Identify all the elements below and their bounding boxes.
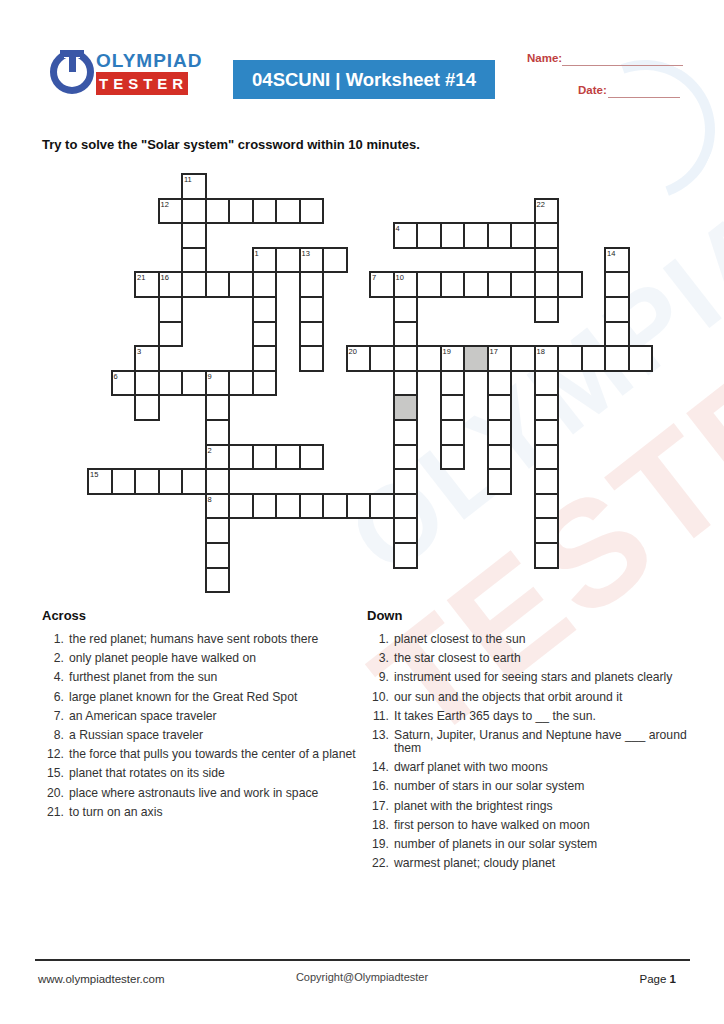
clue-number: 15. (42, 767, 64, 780)
grid-cell[interactable] (534, 444, 560, 471)
clue-number: 1. (42, 633, 64, 646)
cell-number: 9 (208, 372, 212, 381)
grid-cell[interactable] (534, 296, 560, 323)
clue: 22.warmest planet; cloudy planet (367, 857, 687, 870)
clue-number: 12. (42, 748, 64, 761)
down-clues-section: Down 1.planet closest to the sun3.the st… (367, 608, 687, 876)
logo-text-tester: TESTER (96, 72, 188, 95)
grid-cell[interactable]: 17 (487, 345, 513, 372)
clue: 8.a Russian space traveler (42, 729, 364, 742)
date-label: Date: (578, 84, 607, 96)
grid-cell[interactable] (534, 394, 560, 421)
grid-cell[interactable] (158, 370, 184, 397)
grid-cell[interactable] (557, 345, 583, 372)
grid-cell[interactable] (252, 444, 278, 471)
grid-cell[interactable] (487, 271, 513, 298)
grid-cell[interactable]: 1 (252, 247, 278, 274)
grid-cell[interactable] (393, 444, 419, 471)
grid-cell[interactable]: 15 (87, 468, 113, 495)
grid-cell[interactable] (487, 394, 513, 421)
cell-number: 13 (302, 249, 310, 258)
clue: 9.instrument used for seeing stars and p… (367, 671, 687, 684)
down-clue-list: 1.planet closest to the sun3.the star cl… (367, 633, 687, 870)
grid-cell[interactable] (181, 222, 207, 249)
grid-cell[interactable] (534, 370, 560, 397)
cell-number: 8 (208, 495, 212, 504)
cell-number: 6 (114, 372, 118, 381)
cell-number: 2 (208, 446, 212, 455)
grid-cell[interactable] (628, 345, 654, 372)
clue: 17.planet with the brightest rings (367, 800, 687, 813)
cell-number: 12 (161, 200, 169, 209)
clue-text: a Russian space traveler (69, 729, 364, 742)
grid-cell[interactable]: 16 (158, 271, 184, 298)
cell-number: 14 (607, 249, 615, 258)
grid-cell[interactable] (393, 345, 419, 372)
grid-space-cell (463, 345, 489, 372)
clue: 19.number of planets in our solar system (367, 838, 687, 851)
grid-cell[interactable] (228, 271, 254, 298)
grid-cell[interactable] (534, 493, 560, 520)
grid-cell[interactable] (252, 296, 278, 323)
grid-cell[interactable] (299, 345, 325, 372)
grid-cell[interactable] (134, 468, 160, 495)
cell-number: 11 (184, 175, 192, 184)
clue-number: 21. (42, 806, 64, 819)
grid-cell[interactable]: 19 (440, 345, 466, 372)
clue-text: the star closest to earth (394, 652, 687, 665)
clue: 7.an American space traveler (42, 710, 364, 723)
grid-cell[interactable] (534, 222, 560, 249)
clue-number: 22. (367, 857, 389, 870)
cell-number: 17 (490, 347, 498, 356)
clue-number: 19. (367, 838, 389, 851)
grid-cell[interactable] (346, 493, 372, 520)
grid-cell[interactable]: 21 (134, 271, 160, 298)
grid-cell[interactable] (299, 493, 325, 520)
grid-cell[interactable] (581, 345, 607, 372)
grid-cell[interactable] (534, 247, 560, 274)
cell-number: 16 (161, 273, 169, 282)
grid-cell[interactable] (181, 247, 207, 274)
clue-number: 4. (42, 671, 64, 684)
grid-cell[interactable] (158, 321, 184, 348)
clue-number: 3. (367, 652, 389, 665)
clue-number: 8. (42, 729, 64, 742)
cell-number: 20 (349, 347, 357, 356)
cell-number: 7 (372, 273, 376, 282)
clue-text: Saturn, Jupiter, Uranus and Neptune have… (394, 729, 687, 755)
grid-cell[interactable]: 13 (299, 247, 325, 274)
cell-number: 3 (137, 347, 141, 356)
grid-cell[interactable] (440, 444, 466, 471)
cell-number: 18 (537, 347, 545, 356)
grid-cell[interactable] (205, 542, 231, 569)
clue-number: 10. (367, 691, 389, 704)
clue-text: instrument used for seeing stars and pla… (394, 671, 687, 684)
clue-number: 18. (367, 819, 389, 832)
grid-cell[interactable] (158, 468, 184, 495)
grid-cell[interactable] (205, 567, 231, 594)
grid-cell[interactable] (322, 247, 348, 274)
grid-cell[interactable] (557, 271, 583, 298)
footer-divider (35, 959, 690, 961)
olympiadtester-logo: OLYMPIAD TESTER (50, 48, 200, 98)
footer-copyright: Copyright@Olympiadtester (296, 971, 428, 983)
grid-cell[interactable]: 3 (134, 345, 160, 372)
clue: 13.Saturn, Jupiter, Uranus and Neptune h… (367, 729, 687, 755)
cell-number: 10 (396, 273, 404, 282)
clue-text: only planet people have walked on (69, 652, 364, 665)
clue: 2.only planet people have walked on (42, 652, 364, 665)
grid-cell[interactable] (487, 222, 513, 249)
grid-cell[interactable] (416, 271, 442, 298)
grid-cell[interactable] (440, 222, 466, 249)
clue-number: 2. (42, 652, 64, 665)
clue-text: number of stars in our solar system (394, 780, 687, 793)
clue-text: our sun and the objects that orbit aroun… (394, 691, 687, 704)
footer-page-number: Page 1 (640, 973, 676, 985)
clue: 21.to turn on an axis (42, 806, 364, 819)
clue-text: an American space traveler (69, 710, 364, 723)
name-label: Name: (527, 52, 562, 64)
clue-text: planet with the brightest rings (394, 800, 687, 813)
grid-cell[interactable] (205, 468, 231, 495)
grid-cell[interactable] (416, 222, 442, 249)
clue-text: planet closest to the sun (394, 633, 687, 646)
grid-cell[interactable] (393, 419, 419, 446)
clue: 1.planet closest to the sun (367, 633, 687, 646)
grid-cell[interactable] (181, 370, 207, 397)
grid-cell[interactable] (393, 321, 419, 348)
grid-cell[interactable] (228, 370, 254, 397)
cell-number: 21 (137, 273, 145, 282)
grid-cell[interactable] (510, 271, 536, 298)
date-blank-line[interactable] (608, 83, 680, 98)
clue: 15.planet that rotates on its side (42, 767, 364, 780)
clue-text: large planet known for the Great Red Spo… (69, 691, 364, 704)
clue: 12.the force that pulls you towards the … (42, 748, 364, 761)
grid-cell[interactable] (181, 198, 207, 225)
clue: 3.the star closest to earth (367, 652, 687, 665)
across-heading: Across (42, 608, 364, 623)
clue-text: number of planets in our solar system (394, 838, 687, 851)
grid-cell[interactable] (416, 345, 442, 372)
grid-cell[interactable]: 12 (158, 198, 184, 225)
grid-space-cell (393, 394, 419, 421)
grid-cell[interactable] (205, 271, 231, 298)
grid-cell[interactable] (205, 419, 231, 446)
grid-cell[interactable] (534, 542, 560, 569)
clue-text: first person to have walked on moon (394, 819, 687, 832)
grid-cell[interactable] (369, 345, 395, 372)
grid-cell[interactable] (228, 198, 254, 225)
grid-cell[interactable] (275, 444, 301, 471)
worksheet-title: 04SCUNI | Worksheet #14 (233, 60, 495, 99)
grid-cell[interactable] (275, 247, 301, 274)
grid-cell[interactable] (299, 321, 325, 348)
grid-cell[interactable]: 14 (604, 247, 630, 274)
grid-cell[interactable] (510, 345, 536, 372)
grid-cell[interactable] (299, 444, 325, 471)
cell-number: 1 (255, 249, 259, 258)
grid-cell[interactable]: 2 (205, 444, 231, 471)
grid-cell[interactable] (134, 394, 160, 421)
clue-text: the force that pulls you towards the cen… (69, 748, 364, 761)
grid-cell[interactable] (510, 222, 536, 249)
grid-cell[interactable] (534, 419, 560, 446)
grid-cell[interactable] (205, 198, 231, 225)
grid-cell[interactable] (111, 468, 137, 495)
grid-cell[interactable] (440, 370, 466, 397)
across-clues-section: Across 1.the red planet; humans have sen… (42, 608, 364, 825)
grid-cell[interactable] (252, 271, 278, 298)
grid-cell[interactable] (181, 468, 207, 495)
grid-cell[interactable] (534, 271, 560, 298)
clue-text: to turn on an axis (69, 806, 364, 819)
cell-number: 19 (443, 347, 451, 356)
footer-website[interactable]: www.olympiadtester.com (38, 973, 165, 985)
grid-cell[interactable]: 18 (534, 345, 560, 372)
grid-cell[interactable]: 4 (393, 222, 419, 249)
grid-cell[interactable] (487, 468, 513, 495)
grid-cell[interactable] (299, 271, 325, 298)
grid-cell[interactable] (604, 296, 630, 323)
grid-cell[interactable] (604, 271, 630, 298)
cell-number: 22 (537, 200, 545, 209)
grid-cell[interactable]: 6 (111, 370, 137, 397)
grid-cell[interactable] (604, 321, 630, 348)
instruction-text: Try to solve the "Solar system" crosswor… (42, 137, 420, 152)
grid-cell[interactable] (393, 493, 419, 520)
grid-cell[interactable] (440, 271, 466, 298)
grid-cell[interactable] (181, 271, 207, 298)
logo-t-icon (60, 50, 84, 57)
grid-cell[interactable] (393, 370, 419, 397)
grid-cell[interactable] (228, 444, 254, 471)
grid-cell[interactable] (487, 419, 513, 446)
grid-cell[interactable] (440, 394, 466, 421)
clue: 6.large planet known for the Great Red S… (42, 691, 364, 704)
grid-cell[interactable] (463, 222, 489, 249)
clue-text: dwarf planet with two moons (394, 761, 687, 774)
grid-cell[interactable]: 11 (181, 173, 207, 200)
grid-cell[interactable] (158, 296, 184, 323)
grid-cell[interactable] (440, 419, 466, 446)
worksheet-page: OLYMPIAD TESTER OLYMPIAD TESTER 04SCUNI … (0, 0, 724, 1024)
grid-cell[interactable]: 20 (346, 345, 372, 372)
clue-text: place where astronauts live and work in … (69, 787, 364, 800)
grid-cell[interactable]: 22 (534, 198, 560, 225)
grid-cell[interactable] (205, 517, 231, 544)
across-clue-list: 1.the red planet; humans have sent robot… (42, 633, 364, 819)
grid-cell[interactable] (252, 370, 278, 397)
grid-cell[interactable] (487, 370, 513, 397)
clue: 16.number of stars in our solar system (367, 780, 687, 793)
grid-cell[interactable]: 7 (369, 271, 395, 298)
clue: 18.first person to have walked on moon (367, 819, 687, 832)
grid-cell[interactable] (275, 493, 301, 520)
grid-cell[interactable] (393, 517, 419, 544)
grid-cell[interactable] (228, 493, 254, 520)
clue: 1.the red planet; humans have sent robot… (42, 633, 364, 646)
grid-cell[interactable]: 8 (205, 493, 231, 520)
clue-text: warmest planet; cloudy planet (394, 857, 687, 870)
grid-cell[interactable] (322, 493, 348, 520)
clue-number: 7. (42, 710, 64, 723)
grid-cell[interactable] (134, 370, 160, 397)
clue-number: 20. (42, 787, 64, 800)
grid-cell[interactable] (252, 493, 278, 520)
grid-cell[interactable] (393, 296, 419, 323)
clue-number: 13. (367, 729, 389, 755)
grid-cell[interactable] (252, 345, 278, 372)
grid-cell[interactable] (534, 468, 560, 495)
clue: 4.furthest planet from the sun (42, 671, 364, 684)
grid-cell[interactable] (604, 345, 630, 372)
grid-cell[interactable] (299, 198, 325, 225)
clue-number: 11. (367, 710, 389, 723)
clue-text: planet that rotates on its side (69, 767, 364, 780)
clue-number: 1. (367, 633, 389, 646)
clue-number: 17. (367, 800, 389, 813)
grid-cell[interactable] (275, 198, 301, 225)
clue: 14.dwarf planet with two moons (367, 761, 687, 774)
cell-number: 15 (90, 470, 98, 479)
clue: 10.our sun and the objects that orbit ar… (367, 691, 687, 704)
clue: 11.It takes Earth 365 days to __ the sun… (367, 710, 687, 723)
grid-cell[interactable] (393, 542, 419, 569)
grid-cell[interactable] (369, 493, 395, 520)
down-heading: Down (367, 608, 687, 623)
clue-text: It takes Earth 365 days to __ the sun. (394, 710, 687, 723)
logo-text-olympiad: OLYMPIAD (96, 50, 203, 72)
clue: 20.place where astronauts live and work … (42, 787, 364, 800)
grid-cell[interactable] (393, 468, 419, 495)
clue-number: 14. (367, 761, 389, 774)
clue-number: 16. (367, 780, 389, 793)
clue-text: furthest planet from the sun (69, 671, 364, 684)
grid-cell[interactable] (487, 444, 513, 471)
name-blank-line[interactable] (562, 51, 683, 66)
grid-cell[interactable] (252, 198, 278, 225)
grid-cell[interactable] (463, 271, 489, 298)
clue-number: 9. (367, 671, 389, 684)
cell-number: 4 (396, 224, 400, 233)
grid-cell[interactable]: 9 (205, 370, 231, 397)
clue-text: the red planet; humans have sent robots … (69, 633, 364, 646)
grid-cell[interactable]: 10 (393, 271, 419, 298)
grid-cell[interactable] (534, 517, 560, 544)
grid-cell[interactable] (205, 394, 231, 421)
clue-number: 6. (42, 691, 64, 704)
grid-cell[interactable] (252, 321, 278, 348)
grid-cell[interactable] (299, 296, 325, 323)
crossword-grid: 1112224113142116710320191718692158 (88, 174, 652, 592)
